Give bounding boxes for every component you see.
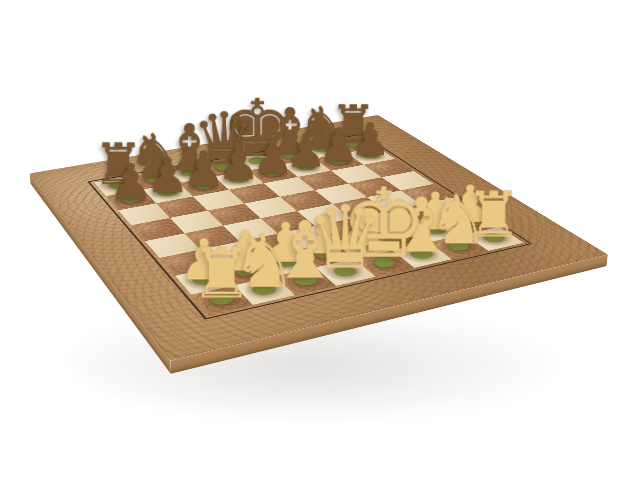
piece-white-rook-a1[interactable]: ♜	[192, 285, 253, 315]
white-rook-icon: ♜	[164, 240, 281, 306]
product-photo-scene: ♜♞♝♛♚♝♞♜♟♟♟♟♟♟♟♟♟♟♟♟♟♟♟♟♜♞♝♛♚♝♞♜	[0, 0, 640, 494]
chessboard: ♜♞♝♛♚♝♞♜♟♟♟♟♟♟♟♟♟♟♟♟♟♟♟♟♜♞♝♛♚♝♞♜	[30, 115, 608, 361]
black-pawn-icon: ♟	[82, 159, 180, 205]
perspective-camera: ♜♞♝♛♚♝♞♜♟♟♟♟♟♟♟♟♟♟♟♟♟♟♟♟♜♞♝♛♚♝♞♜	[0, 0, 640, 494]
